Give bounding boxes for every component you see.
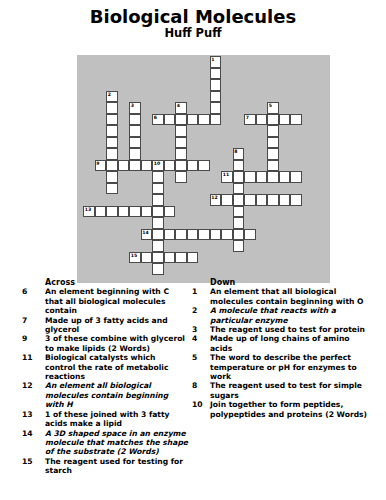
grid-cell[interactable]: 8 bbox=[233, 148, 245, 160]
grid-cell[interactable] bbox=[256, 171, 268, 183]
grid-cell[interactable] bbox=[141, 252, 153, 264]
clue-text: 1 of these joined with 3 fatty acids mak… bbox=[45, 410, 188, 429]
grid-cell[interactable] bbox=[175, 125, 187, 137]
grid-cell[interactable] bbox=[210, 114, 222, 126]
grid-cell[interactable] bbox=[106, 206, 118, 218]
clue-text: Made up of long chains of amino acids bbox=[210, 334, 370, 353]
clue-item: 14A 3D shaped space in an enzyme molecul… bbox=[22, 429, 188, 457]
clue-text: Made up of 3 fatty acids and glycerol bbox=[45, 316, 188, 335]
cell-number: 14 bbox=[142, 230, 148, 235]
clue-number: 13 bbox=[22, 410, 45, 419]
grid-cell[interactable] bbox=[175, 252, 187, 264]
grid-cell[interactable] bbox=[233, 206, 245, 218]
cell-number: 10 bbox=[154, 161, 160, 166]
grid-cell[interactable] bbox=[233, 183, 245, 195]
page-subtitle: Huff Puff bbox=[0, 26, 386, 40]
down-header: Down bbox=[210, 278, 370, 287]
grid-cell[interactable] bbox=[152, 217, 164, 229]
grid-cell[interactable]: 11 bbox=[221, 171, 233, 183]
grid-cell[interactable] bbox=[267, 194, 279, 206]
grid-cell[interactable] bbox=[164, 206, 176, 218]
clue-number: 9 bbox=[22, 334, 45, 343]
grid-cell[interactable] bbox=[244, 171, 256, 183]
grid-cell[interactable] bbox=[175, 137, 187, 149]
clue-text: The reagent used to test for simple suga… bbox=[210, 381, 370, 400]
grid-cell[interactable] bbox=[106, 160, 118, 172]
cell-number: 7 bbox=[246, 115, 249, 120]
grid-cell[interactable] bbox=[233, 160, 245, 172]
grid-cell[interactable] bbox=[210, 68, 222, 80]
grid-cell[interactable] bbox=[187, 160, 199, 172]
grid-cell[interactable] bbox=[290, 171, 302, 183]
grid-cell[interactable] bbox=[267, 148, 279, 160]
cell-number: 2 bbox=[108, 92, 111, 97]
clue-number: 4 bbox=[192, 334, 210, 343]
grid-cell[interactable] bbox=[129, 125, 141, 137]
clue-item: 7Made up of 3 fatty acids and glycerol bbox=[22, 316, 188, 335]
page-title: Biological Molecules bbox=[0, 6, 386, 27]
grid-cell[interactable] bbox=[164, 229, 176, 241]
grid-cell[interactable] bbox=[267, 125, 279, 137]
grid-cell[interactable] bbox=[164, 114, 176, 126]
clue-number: 14 bbox=[22, 429, 45, 438]
clue-item: 10Join together to form peptides, polype… bbox=[192, 400, 370, 419]
clue-number: 6 bbox=[22, 287, 45, 296]
grid-cell[interactable] bbox=[129, 114, 141, 126]
grid-cell[interactable] bbox=[233, 194, 245, 206]
clue-text: Join together to form peptides, polypept… bbox=[210, 400, 370, 419]
grid-cell[interactable] bbox=[198, 229, 210, 241]
grid-cell[interactable] bbox=[221, 229, 233, 241]
grid-cell[interactable] bbox=[129, 148, 141, 160]
clue-number: 15 bbox=[22, 457, 45, 466]
clue-number: 12 bbox=[22, 381, 45, 390]
grid-cell[interactable] bbox=[233, 171, 245, 183]
grid-cell[interactable] bbox=[152, 240, 164, 252]
clue-item: 131 of these joined with 3 fatty acids m… bbox=[22, 410, 188, 429]
across-clues: Across 6An element beginning with C that… bbox=[22, 278, 188, 476]
grid-cell[interactable] bbox=[267, 114, 279, 126]
grid-cell[interactable] bbox=[141, 160, 153, 172]
cell-number: 9 bbox=[96, 161, 99, 166]
grid-cell[interactable] bbox=[267, 160, 279, 172]
grid-cell[interactable] bbox=[141, 206, 153, 218]
grid-cell[interactable] bbox=[187, 114, 199, 126]
grid-cell[interactable] bbox=[198, 160, 210, 172]
grid-cell[interactable] bbox=[152, 263, 164, 275]
clue-text: An element all biological molecules cont… bbox=[45, 381, 188, 409]
cell-number: 3 bbox=[131, 103, 134, 108]
grid-cell[interactable] bbox=[233, 240, 245, 252]
clue-item: 3The reagent used to test for protein bbox=[192, 325, 370, 334]
clue-item: 93 of these combine with glycerol to mak… bbox=[22, 334, 188, 353]
grid-cell[interactable] bbox=[175, 229, 187, 241]
down-clues: Down 1An element that all biological mol… bbox=[192, 278, 370, 419]
grid-cell[interactable] bbox=[152, 229, 164, 241]
grid-cell[interactable]: 3 bbox=[129, 102, 141, 114]
grid-cell[interactable]: 4 bbox=[175, 102, 187, 114]
clue-number: 10 bbox=[192, 400, 210, 409]
grid-cell[interactable]: 10 bbox=[152, 160, 164, 172]
grid-cell[interactable]: 6 bbox=[152, 114, 164, 126]
grid-cell[interactable]: 15 bbox=[129, 252, 141, 264]
grid-cell[interactable] bbox=[106, 137, 118, 149]
grid-cell[interactable] bbox=[118, 206, 130, 218]
cell-number: 11 bbox=[223, 172, 229, 177]
grid-cell[interactable] bbox=[267, 171, 279, 183]
crossword-board: 123456789101112131415 bbox=[77, 55, 330, 283]
grid-cell[interactable] bbox=[244, 194, 256, 206]
grid-cell[interactable] bbox=[129, 206, 141, 218]
grid-cell[interactable]: 2 bbox=[106, 91, 118, 103]
clue-text: The word to describe the perfect tempera… bbox=[210, 353, 370, 381]
grid-cell[interactable] bbox=[267, 137, 279, 149]
grid-cell[interactable] bbox=[233, 217, 245, 229]
grid-cell[interactable] bbox=[198, 114, 210, 126]
grid-cell[interactable] bbox=[152, 252, 164, 264]
clue-text: 3 of these combine with glycerol to make… bbox=[45, 334, 188, 353]
cell-number: 12 bbox=[211, 195, 217, 200]
clue-number: 3 bbox=[192, 325, 210, 334]
clue-item: 8The reagent used to test for simple sug… bbox=[192, 381, 370, 400]
clue-item: 5The word to describe the perfect temper… bbox=[192, 353, 370, 381]
cell-number: 13 bbox=[85, 207, 91, 212]
grid-cell[interactable] bbox=[210, 91, 222, 103]
grid-cell[interactable] bbox=[279, 194, 291, 206]
grid-cell[interactable] bbox=[152, 171, 164, 183]
grid-cell[interactable] bbox=[256, 114, 268, 126]
grid-cell[interactable]: 5 bbox=[267, 102, 279, 114]
grid-cell[interactable] bbox=[164, 160, 176, 172]
clue-item: 11Biological catalysts which control the… bbox=[22, 353, 188, 381]
grid-cell[interactable] bbox=[175, 114, 187, 126]
grid-cell[interactable] bbox=[175, 160, 187, 172]
clue-text: The reagent used to test for protein bbox=[210, 325, 370, 334]
grid-cell[interactable] bbox=[279, 114, 291, 126]
grid-cell[interactable] bbox=[221, 194, 233, 206]
grid-cell[interactable] bbox=[106, 183, 118, 195]
grid-cell[interactable] bbox=[175, 148, 187, 160]
grid-cell[interactable] bbox=[95, 206, 107, 218]
grid-cell[interactable] bbox=[244, 229, 256, 241]
grid-cell[interactable] bbox=[152, 183, 164, 195]
clue-item: 12An element all biological molecules co… bbox=[22, 381, 188, 409]
cell-number: 5 bbox=[269, 103, 272, 108]
clue-item: 1An element that all biological molecule… bbox=[192, 287, 370, 306]
clue-item: 4Made up of long chains of amino acids bbox=[192, 334, 370, 353]
grid-cell[interactable]: 7 bbox=[244, 114, 256, 126]
clue-number: 2 bbox=[192, 306, 210, 315]
clue-text: A 3D shaped space in an enzyme molecule … bbox=[45, 429, 188, 457]
grid-cell[interactable]: 1 bbox=[210, 56, 222, 68]
cell-number: 1 bbox=[211, 57, 214, 62]
grid-cell[interactable] bbox=[106, 114, 118, 126]
clue-text: Biological catalysts which control the r… bbox=[45, 353, 188, 381]
cell-number: 6 bbox=[154, 115, 157, 120]
grid-cell[interactable] bbox=[210, 102, 222, 114]
clue-text: A molecule that reacts with a particular… bbox=[210, 306, 370, 325]
grid-cell[interactable] bbox=[175, 171, 187, 183]
grid-cell[interactable] bbox=[129, 137, 141, 149]
clue-number: 1 bbox=[192, 287, 210, 296]
grid-cell[interactable]: 9 bbox=[95, 160, 107, 172]
grid-cell[interactable] bbox=[290, 194, 302, 206]
grid-cell[interactable] bbox=[164, 252, 176, 264]
cell-number: 4 bbox=[177, 103, 180, 108]
grid-cell[interactable]: 12 bbox=[210, 194, 222, 206]
clue-item: 15The reagent used for testing for starc… bbox=[22, 457, 188, 476]
across-header: Across bbox=[45, 278, 188, 287]
grid-cell[interactable] bbox=[279, 171, 291, 183]
grid-cell[interactable] bbox=[129, 160, 141, 172]
grid-cell[interactable] bbox=[210, 229, 222, 241]
worksheet-page: Biological Molecules Huff Puff 123456789… bbox=[0, 0, 386, 500]
grid-cell[interactable] bbox=[118, 160, 130, 172]
grid-cell[interactable] bbox=[290, 114, 302, 126]
grid-cell[interactable]: 14 bbox=[141, 229, 153, 241]
grid-cell[interactable]: 13 bbox=[83, 206, 95, 218]
grid-cell[interactable] bbox=[152, 206, 164, 218]
grid-cell[interactable] bbox=[256, 194, 268, 206]
clue-item: 6An element beginning with C that all bi… bbox=[22, 287, 188, 315]
grid-cell[interactable] bbox=[210, 79, 222, 91]
clue-number: 11 bbox=[22, 353, 45, 362]
grid-cell[interactable] bbox=[106, 125, 118, 137]
clue-number: 5 bbox=[192, 353, 210, 362]
cell-number: 15 bbox=[131, 253, 137, 258]
cell-number: 8 bbox=[234, 149, 237, 154]
clue-text: An element beginning with C that all bio… bbox=[45, 287, 188, 315]
grid-cell[interactable] bbox=[152, 194, 164, 206]
clue-item: 2A molecule that reacts with a particula… bbox=[192, 306, 370, 325]
grid-cell[interactable] bbox=[106, 102, 118, 114]
clue-number: 8 bbox=[192, 381, 210, 390]
clue-text: The reagent used for testing for starch bbox=[45, 457, 188, 476]
clue-number: 7 bbox=[22, 316, 45, 325]
clue-text: An element that all biological molecules… bbox=[210, 287, 370, 306]
grid-cell[interactable] bbox=[187, 229, 199, 241]
grid-cell[interactable] bbox=[187, 252, 199, 264]
grid-cell[interactable] bbox=[106, 148, 118, 160]
grid-cell[interactable] bbox=[233, 229, 245, 241]
grid-cell[interactable] bbox=[106, 171, 118, 183]
